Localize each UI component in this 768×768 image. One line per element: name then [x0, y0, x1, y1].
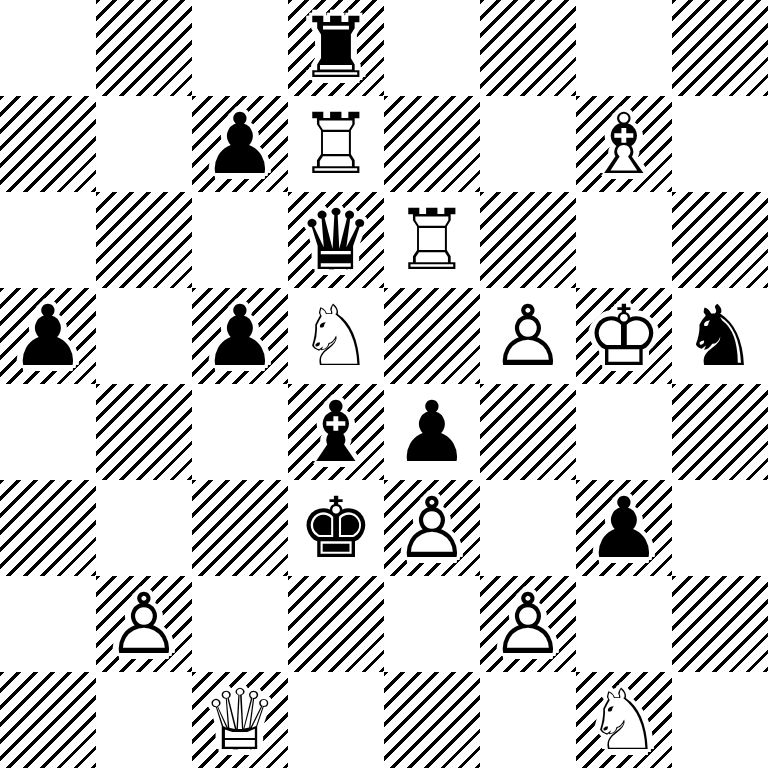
square-c2[interactable]	[192, 576, 288, 672]
square-h5[interactable]: ♞♞	[672, 288, 768, 384]
piece-white-king[interactable]: ♚♔	[576, 288, 672, 384]
square-e6[interactable]: ♜♖	[384, 192, 480, 288]
square-c1[interactable]: ♛♕	[192, 672, 288, 768]
black-queen-glyph: ♛	[298, 192, 373, 288]
square-g8[interactable]	[576, 0, 672, 96]
square-d5[interactable]: ♞♘	[288, 288, 384, 384]
square-f5[interactable]: ♟♙	[480, 288, 576, 384]
square-f7[interactable]	[480, 96, 576, 192]
square-c8[interactable]	[192, 0, 288, 96]
square-b8[interactable]	[96, 0, 192, 96]
square-b3[interactable]	[96, 480, 192, 576]
white-pawn-glyph: ♙	[490, 576, 565, 672]
square-b5[interactable]	[96, 288, 192, 384]
square-h8[interactable]	[672, 0, 768, 96]
square-a5[interactable]: ♟♟	[0, 288, 96, 384]
square-a3[interactable]	[0, 480, 96, 576]
white-pawn-glyph: ♙	[490, 288, 565, 384]
square-f8[interactable]	[480, 0, 576, 96]
square-f1[interactable]	[480, 672, 576, 768]
square-e3[interactable]: ♟♙	[384, 480, 480, 576]
square-f2[interactable]: ♟♙	[480, 576, 576, 672]
white-knight-glyph: ♘	[586, 672, 661, 768]
square-h4[interactable]	[672, 384, 768, 480]
square-d7[interactable]: ♜♖	[288, 96, 384, 192]
piece-white-pawn[interactable]: ♟♙	[480, 576, 576, 672]
square-a1[interactable]	[0, 672, 96, 768]
square-e7[interactable]	[384, 96, 480, 192]
square-c7[interactable]: ♟♟	[192, 96, 288, 192]
piece-black-rook[interactable]: ♜♜	[288, 0, 384, 96]
piece-white-rook[interactable]: ♜♖	[384, 192, 480, 288]
square-g7[interactable]: ♝♗	[576, 96, 672, 192]
square-c6[interactable]	[192, 192, 288, 288]
square-b2[interactable]: ♟♙	[96, 576, 192, 672]
square-d2[interactable]	[288, 576, 384, 672]
piece-black-bishop[interactable]: ♝♝	[288, 384, 384, 480]
piece-black-pawn[interactable]: ♟♟	[192, 288, 288, 384]
piece-white-pawn[interactable]: ♟♙	[384, 480, 480, 576]
square-c5[interactable]: ♟♟	[192, 288, 288, 384]
square-e5[interactable]	[384, 288, 480, 384]
chess-board: ♜♜♟♟♜♖♝♗♛♛♜♖♟♟♟♟♞♘♟♙♚♔♞♞♝♝♟♟♚♚♟♙♟♟♟♙♟♙♛♕…	[0, 0, 768, 768]
piece-white-queen[interactable]: ♛♕	[192, 672, 288, 768]
black-pawn-glyph: ♟	[202, 96, 277, 192]
piece-white-pawn[interactable]: ♟♙	[480, 288, 576, 384]
square-g2[interactable]	[576, 576, 672, 672]
white-knight-glyph: ♘	[298, 288, 373, 384]
square-d6[interactable]: ♛♛	[288, 192, 384, 288]
piece-black-pawn[interactable]: ♟♟	[0, 288, 96, 384]
black-king-glyph: ♚	[298, 480, 373, 576]
piece-black-knight[interactable]: ♞♞	[672, 288, 768, 384]
square-f4[interactable]	[480, 384, 576, 480]
square-d8[interactable]: ♜♜	[288, 0, 384, 96]
square-d1[interactable]	[288, 672, 384, 768]
piece-black-pawn[interactable]: ♟♟	[576, 480, 672, 576]
square-h2[interactable]	[672, 576, 768, 672]
black-pawn-glyph: ♟	[586, 480, 661, 576]
black-pawn-glyph: ♟	[10, 288, 85, 384]
black-rook-glyph: ♜	[298, 0, 373, 96]
square-b1[interactable]	[96, 672, 192, 768]
square-e2[interactable]	[384, 576, 480, 672]
white-rook-glyph: ♖	[298, 96, 373, 192]
piece-white-bishop[interactable]: ♝♗	[576, 96, 672, 192]
square-c3[interactable]	[192, 480, 288, 576]
white-bishop-glyph: ♗	[586, 96, 661, 192]
square-a4[interactable]	[0, 384, 96, 480]
square-h7[interactable]	[672, 96, 768, 192]
white-pawn-glyph: ♙	[106, 576, 181, 672]
square-g3[interactable]: ♟♟	[576, 480, 672, 576]
square-g6[interactable]	[576, 192, 672, 288]
square-h6[interactable]	[672, 192, 768, 288]
square-a7[interactable]	[0, 96, 96, 192]
white-king-glyph: ♔	[586, 288, 661, 384]
square-b6[interactable]	[96, 192, 192, 288]
black-pawn-glyph: ♟	[202, 288, 277, 384]
piece-black-king[interactable]: ♚♚	[288, 480, 384, 576]
square-g5[interactable]: ♚♔	[576, 288, 672, 384]
square-a8[interactable]	[0, 0, 96, 96]
square-d4[interactable]: ♝♝	[288, 384, 384, 480]
square-g1[interactable]: ♞♘	[576, 672, 672, 768]
white-queen-glyph: ♕	[202, 672, 277, 768]
square-c4[interactable]	[192, 384, 288, 480]
square-f3[interactable]	[480, 480, 576, 576]
square-b4[interactable]	[96, 384, 192, 480]
white-rook-glyph: ♖	[394, 192, 469, 288]
square-a2[interactable]	[0, 576, 96, 672]
piece-white-knight[interactable]: ♞♘	[576, 672, 672, 768]
square-h3[interactable]	[672, 480, 768, 576]
square-d3[interactable]: ♚♚	[288, 480, 384, 576]
white-pawn-glyph: ♙	[394, 480, 469, 576]
piece-black-pawn[interactable]: ♟♟	[384, 384, 480, 480]
square-e1[interactable]	[384, 672, 480, 768]
square-f6[interactable]	[480, 192, 576, 288]
piece-black-queen[interactable]: ♛♛	[288, 192, 384, 288]
square-e4[interactable]: ♟♟	[384, 384, 480, 480]
square-a6[interactable]	[0, 192, 96, 288]
piece-white-pawn[interactable]: ♟♙	[96, 576, 192, 672]
square-h1[interactable]	[672, 672, 768, 768]
square-b7[interactable]	[96, 96, 192, 192]
piece-white-rook[interactable]: ♜♖	[288, 96, 384, 192]
piece-black-pawn[interactable]: ♟♟	[192, 96, 288, 192]
square-e8[interactable]	[384, 0, 480, 96]
piece-white-knight[interactable]: ♞♘	[288, 288, 384, 384]
black-pawn-glyph: ♟	[394, 384, 469, 480]
black-bishop-glyph: ♝	[298, 384, 373, 480]
black-knight-glyph: ♞	[682, 288, 757, 384]
square-g4[interactable]	[576, 384, 672, 480]
